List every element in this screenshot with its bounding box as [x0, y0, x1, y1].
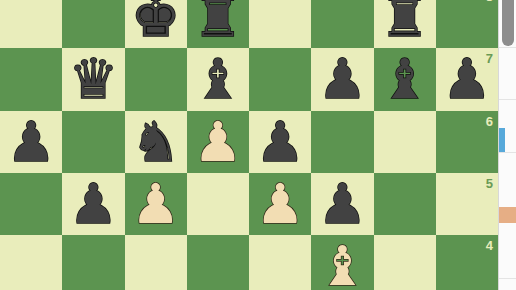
square-g8[interactable]: ♜ — [374, 0, 436, 48]
black-pawn[interactable]: ♟ — [311, 48, 373, 110]
scrollbar-thumb[interactable] — [502, 0, 514, 46]
black-king[interactable]: ♚ — [125, 0, 187, 48]
square-e4[interactable] — [249, 235, 311, 290]
square-a6[interactable]: ♟ — [0, 111, 62, 173]
active-move-highlight[interactable] — [499, 207, 516, 223]
square-g7[interactable]: ♝ — [374, 48, 436, 110]
square-e7[interactable] — [249, 48, 311, 110]
square-h8[interactable]: 8 — [436, 0, 498, 48]
white-pawn[interactable]: ♟ — [187, 111, 249, 173]
rank-label-5: 5 — [486, 176, 493, 191]
white-bishop[interactable]: ♝ — [311, 235, 373, 290]
rank-label-4: 4 — [486, 238, 493, 253]
black-pawn[interactable]: ♟ — [249, 111, 311, 173]
square-h4[interactable]: 4 — [436, 235, 498, 290]
board: ♚♜♜8♛♝♟♝♟7♟♞♟♟6♟♟♟♟5♝4 — [0, 0, 498, 290]
square-g5[interactable] — [374, 173, 436, 235]
square-e5[interactable]: ♟ — [249, 173, 311, 235]
black-bishop[interactable]: ♝ — [187, 48, 249, 110]
square-e8[interactable] — [249, 0, 311, 48]
square-f5[interactable]: ♟ — [311, 173, 373, 235]
square-b6[interactable] — [62, 111, 124, 173]
square-a8[interactable] — [0, 0, 62, 48]
square-g6[interactable] — [374, 111, 436, 173]
rank-label-8: 8 — [486, 0, 493, 4]
square-b8[interactable] — [62, 0, 124, 48]
black-pawn[interactable]: ♟ — [62, 173, 124, 235]
square-f8[interactable] — [311, 0, 373, 48]
black-rook[interactable]: ♜ — [187, 0, 249, 48]
rank-label-6: 6 — [486, 114, 493, 129]
square-h5[interactable]: 5 — [436, 173, 498, 235]
square-c8[interactable]: ♚ — [125, 0, 187, 48]
square-g4[interactable] — [374, 235, 436, 290]
square-a4[interactable] — [0, 235, 62, 290]
square-h7[interactable]: ♟7 — [436, 48, 498, 110]
square-c4[interactable] — [125, 235, 187, 290]
square-b4[interactable] — [62, 235, 124, 290]
blue-indicator — [499, 128, 505, 152]
square-b7[interactable]: ♛ — [62, 48, 124, 110]
black-queen[interactable]: ♛ — [62, 48, 124, 110]
square-c6[interactable]: ♞ — [125, 111, 187, 173]
move-list-separator — [499, 152, 516, 153]
black-knight[interactable]: ♞ — [125, 111, 187, 173]
white-pawn[interactable]: ♟ — [125, 173, 187, 235]
black-bishop[interactable]: ♝ — [374, 48, 436, 110]
move-list-separator — [499, 278, 516, 279]
square-d7[interactable]: ♝ — [187, 48, 249, 110]
square-h6[interactable]: 6 — [436, 111, 498, 173]
move-list-separator — [499, 99, 516, 100]
square-e6[interactable]: ♟ — [249, 111, 311, 173]
square-a5[interactable] — [0, 173, 62, 235]
square-c7[interactable] — [125, 48, 187, 110]
square-d4[interactable] — [187, 235, 249, 290]
square-d6[interactable]: ♟ — [187, 111, 249, 173]
square-f4[interactable]: ♝ — [311, 235, 373, 290]
square-a7[interactable] — [0, 48, 62, 110]
app-window: ♚♜♜8♛♝♟♝♟7♟♞♟♟6♟♟♟♟5♝4 — [0, 0, 516, 290]
square-f7[interactable]: ♟ — [311, 48, 373, 110]
square-c5[interactable]: ♟ — [125, 173, 187, 235]
square-d8[interactable]: ♜ — [187, 0, 249, 48]
move-list-separator — [499, 47, 516, 48]
black-pawn[interactable]: ♟ — [0, 111, 62, 173]
square-f6[interactable] — [311, 111, 373, 173]
board-viewport: ♚♜♜8♛♝♟♝♟7♟♞♟♟6♟♟♟♟5♝4 — [0, 0, 498, 290]
rank-label-7: 7 — [486, 51, 493, 66]
sidebar — [498, 0, 516, 290]
square-b5[interactable]: ♟ — [62, 173, 124, 235]
square-d5[interactable] — [187, 173, 249, 235]
black-pawn[interactable]: ♟ — [311, 173, 373, 235]
white-pawn[interactable]: ♟ — [249, 173, 311, 235]
black-rook[interactable]: ♜ — [374, 0, 436, 48]
